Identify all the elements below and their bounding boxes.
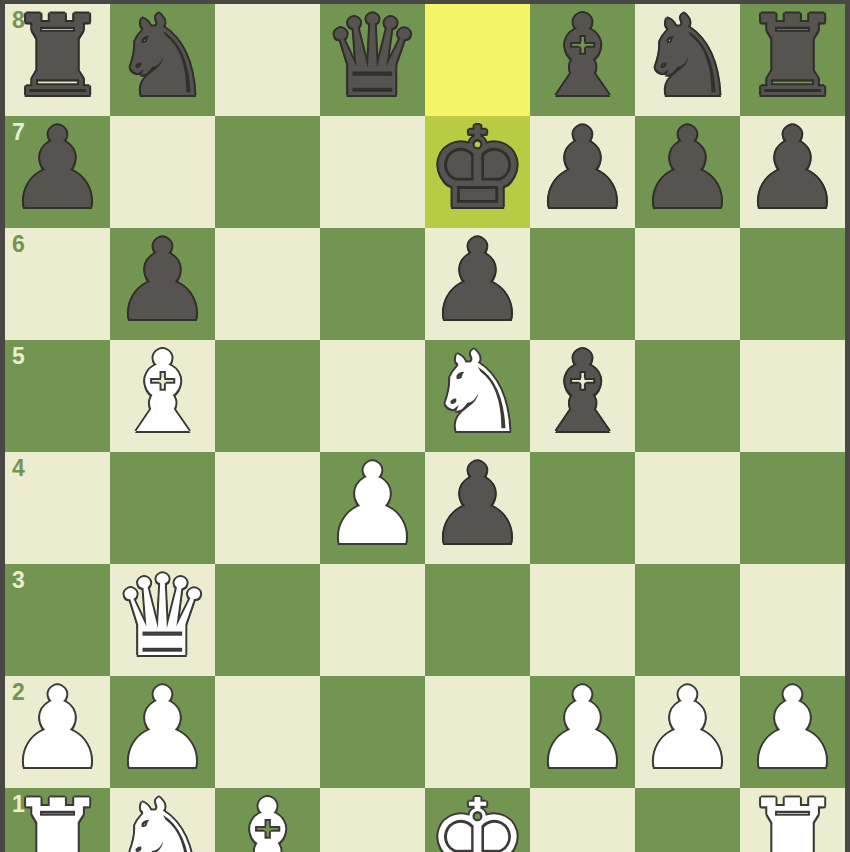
square-f5[interactable]: ♝ (530, 340, 635, 452)
square-e7[interactable]: ♚ (425, 116, 530, 228)
piece-black-pawn[interactable]: ♟ (7, 112, 107, 224)
square-g7[interactable]: ♟ (635, 116, 740, 228)
piece-black-pawn[interactable]: ♟ (637, 112, 737, 224)
square-c8[interactable] (215, 4, 320, 116)
piece-white-queen[interactable]: ♛ (112, 560, 212, 672)
rank-label-4: 4 (12, 457, 25, 480)
square-d2[interactable] (320, 676, 425, 788)
square-b2[interactable]: ♟ (110, 676, 215, 788)
rank-label-6: 6 (12, 233, 25, 256)
piece-black-queen[interactable]: ♛ (322, 0, 422, 112)
piece-white-pawn[interactable]: ♟ (112, 672, 212, 784)
piece-white-rook[interactable]: ♜ (7, 784, 107, 852)
square-b4[interactable] (110, 452, 215, 564)
piece-black-rook[interactable]: ♜ (742, 0, 842, 112)
square-h5[interactable] (740, 340, 845, 452)
square-d6[interactable] (320, 228, 425, 340)
square-g3[interactable] (635, 564, 740, 676)
piece-black-king[interactable]: ♚ (427, 112, 527, 224)
square-h3[interactable] (740, 564, 845, 676)
square-b7[interactable] (110, 116, 215, 228)
piece-white-pawn[interactable]: ♟ (742, 672, 842, 784)
piece-black-bishop[interactable]: ♝ (532, 0, 632, 112)
square-d8[interactable]: ♛ (320, 4, 425, 116)
square-g4[interactable] (635, 452, 740, 564)
square-a7[interactable]: 7♟ (5, 116, 110, 228)
square-g6[interactable] (635, 228, 740, 340)
piece-white-pawn[interactable]: ♟ (532, 672, 632, 784)
square-d5[interactable] (320, 340, 425, 452)
square-a8[interactable]: 8♜ (5, 4, 110, 116)
piece-black-pawn[interactable]: ♟ (427, 448, 527, 560)
square-b5[interactable]: ♝ (110, 340, 215, 452)
square-c3[interactable] (215, 564, 320, 676)
square-a2[interactable]: 2♟ (5, 676, 110, 788)
square-d3[interactable] (320, 564, 425, 676)
square-c7[interactable] (215, 116, 320, 228)
square-c4[interactable] (215, 452, 320, 564)
rank-label-3: 3 (12, 569, 25, 592)
piece-white-bishop[interactable]: ♝ (112, 336, 212, 448)
square-h4[interactable] (740, 452, 845, 564)
piece-black-pawn[interactable]: ♟ (532, 112, 632, 224)
rank-label-5: 5 (12, 345, 25, 368)
piece-black-pawn[interactable]: ♟ (742, 112, 842, 224)
piece-white-pawn[interactable]: ♟ (322, 448, 422, 560)
piece-white-pawn[interactable]: ♟ (637, 672, 737, 784)
square-b6[interactable]: ♟ (110, 228, 215, 340)
square-f1[interactable]: f (530, 788, 635, 852)
square-h1[interactable]: h♜ (740, 788, 845, 852)
square-e1[interactable]: e♚ (425, 788, 530, 852)
square-e4[interactable]: ♟ (425, 452, 530, 564)
piece-black-knight[interactable]: ♞ (637, 0, 737, 112)
piece-white-knight[interactable]: ♞ (427, 336, 527, 448)
square-g8[interactable]: ♞ (635, 4, 740, 116)
square-d7[interactable] (320, 116, 425, 228)
piece-white-bishop[interactable]: ♝ (217, 784, 317, 852)
square-h6[interactable] (740, 228, 845, 340)
piece-black-pawn[interactable]: ♟ (112, 224, 212, 336)
piece-black-knight[interactable]: ♞ (112, 0, 212, 112)
piece-white-king[interactable]: ♚ (427, 784, 527, 852)
square-a5[interactable]: 5 (5, 340, 110, 452)
square-e3[interactable] (425, 564, 530, 676)
piece-black-rook[interactable]: ♜ (7, 0, 107, 112)
square-b8[interactable]: ♞ (110, 4, 215, 116)
square-d1[interactable]: d (320, 788, 425, 852)
piece-white-knight[interactable]: ♞ (112, 784, 212, 852)
square-b3[interactable]: ♛ (110, 564, 215, 676)
square-e2[interactable] (425, 676, 530, 788)
square-g2[interactable]: ♟ (635, 676, 740, 788)
square-f2[interactable]: ♟ (530, 676, 635, 788)
piece-white-pawn[interactable]: ♟ (7, 672, 107, 784)
piece-black-bishop[interactable]: ♝ (532, 336, 632, 448)
square-g5[interactable] (635, 340, 740, 452)
square-f4[interactable] (530, 452, 635, 564)
square-h7[interactable]: ♟ (740, 116, 845, 228)
square-e8[interactable] (425, 4, 530, 116)
board-frame: 8♜♞♛♝♞♜7♟♚♟♟♟6♟♟5♝♞♝4♟♟3♛2♟♟♟♟♟1a♜b♞c♝de… (0, 0, 850, 852)
square-b1[interactable]: b♞ (110, 788, 215, 852)
chess-board: 8♜♞♛♝♞♜7♟♚♟♟♟6♟♟5♝♞♝4♟♟3♛2♟♟♟♟♟1a♜b♞c♝de… (5, 4, 845, 845)
square-a1[interactable]: 1a♜ (5, 788, 110, 852)
square-c2[interactable] (215, 676, 320, 788)
square-c1[interactable]: c♝ (215, 788, 320, 852)
square-g1[interactable]: g (635, 788, 740, 852)
square-c6[interactable] (215, 228, 320, 340)
square-a4[interactable]: 4 (5, 452, 110, 564)
square-f3[interactable] (530, 564, 635, 676)
square-c5[interactable] (215, 340, 320, 452)
square-e5[interactable]: ♞ (425, 340, 530, 452)
square-d4[interactable]: ♟ (320, 452, 425, 564)
square-h8[interactable]: ♜ (740, 4, 845, 116)
square-e6[interactable]: ♟ (425, 228, 530, 340)
square-a3[interactable]: 3 (5, 564, 110, 676)
square-f8[interactable]: ♝ (530, 4, 635, 116)
square-f7[interactable]: ♟ (530, 116, 635, 228)
piece-black-pawn[interactable]: ♟ (427, 224, 527, 336)
piece-white-rook[interactable]: ♜ (742, 784, 842, 852)
square-f6[interactable] (530, 228, 635, 340)
square-a6[interactable]: 6 (5, 228, 110, 340)
square-h2[interactable]: ♟ (740, 676, 845, 788)
